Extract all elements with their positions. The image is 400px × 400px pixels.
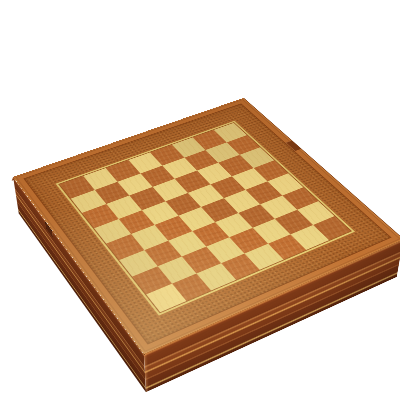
square-a6 [82, 204, 118, 228]
square-e3 [215, 213, 252, 237]
square-f1 [267, 234, 306, 260]
square-f2 [252, 219, 290, 244]
square-c1 [196, 263, 235, 290]
perspective-scene [0, 0, 400, 400]
square-e1 [244, 244, 283, 270]
square-a1 [146, 284, 186, 313]
square-b2 [157, 257, 196, 284]
square-d3 [192, 222, 230, 247]
square-d4 [178, 207, 215, 231]
square-a4 [106, 234, 144, 260]
wooden-chess-box [13, 98, 400, 354]
square-f3 [238, 204, 275, 228]
square-c3 [168, 231, 206, 256]
square-e2 [229, 228, 267, 253]
square-g1 [290, 225, 328, 250]
square-b1 [171, 273, 211, 301]
square-a2 [132, 266, 171, 294]
square-b5 [118, 210, 155, 234]
square-d2 [206, 237, 244, 263]
square-c4 [155, 216, 192, 241]
product-photo-background [0, 0, 400, 400]
square-a5 [94, 219, 131, 244]
square-d1 [220, 253, 259, 280]
lid-top-face [13, 98, 400, 354]
square-b3 [144, 240, 182, 266]
square-h1 [312, 216, 350, 241]
square-b4 [131, 225, 168, 250]
square-g2 [275, 210, 313, 234]
square-c2 [182, 247, 221, 273]
square-a3 [119, 250, 157, 277]
